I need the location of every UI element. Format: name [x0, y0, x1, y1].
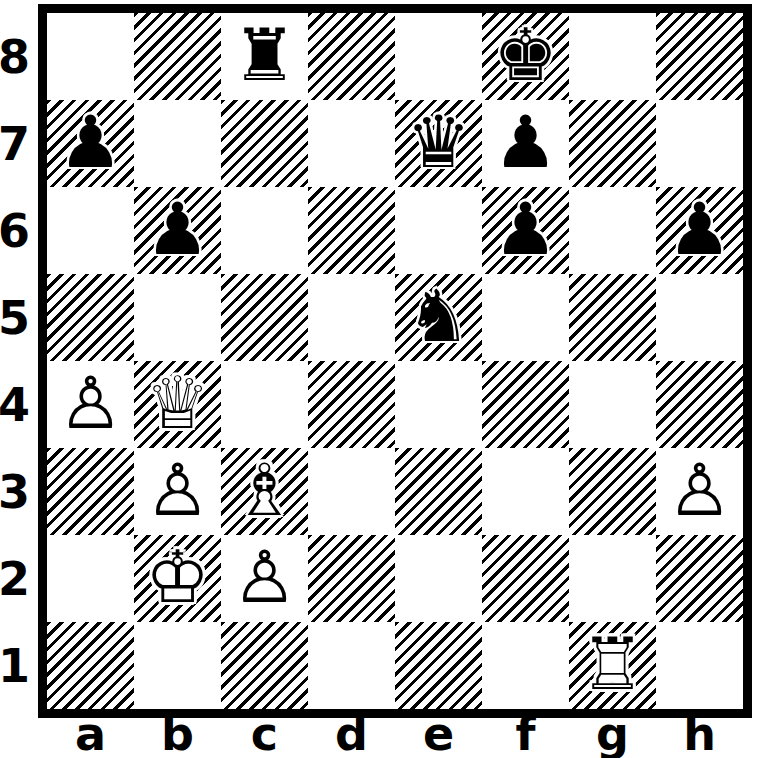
- file-labels: abcdefgh: [47, 712, 743, 756]
- square-a1[interactable]: [47, 622, 134, 709]
- square-d4[interactable]: [308, 361, 395, 448]
- white-pawn-glyph: ♙: [58, 366, 123, 438]
- square-e7[interactable]: ♛: [395, 100, 482, 187]
- white-king-glyph: ♔: [145, 540, 210, 612]
- square-f4[interactable]: [482, 361, 569, 448]
- square-f5[interactable]: [482, 274, 569, 361]
- square-e6[interactable]: [395, 187, 482, 274]
- square-d5[interactable]: [308, 274, 395, 361]
- square-f8[interactable]: ♚: [482, 13, 569, 100]
- chess-diagram: 87654321 ♜♚♟♛♟♟♟♟♞♟♙♛♕♟♙♝♗♟♙♚♔♟♙♜♖ abcde…: [0, 0, 760, 758]
- square-b1[interactable]: [134, 622, 221, 709]
- square-g1[interactable]: ♜♖: [569, 622, 656, 709]
- white-queen[interactable]: ♛♕: [134, 361, 221, 448]
- square-g8[interactable]: [569, 13, 656, 100]
- rank-label-8: 8: [0, 13, 36, 100]
- square-b2[interactable]: ♚♔: [134, 535, 221, 622]
- white-pawn[interactable]: ♟♙: [134, 448, 221, 535]
- square-b7[interactable]: [134, 100, 221, 187]
- white-queen-glyph: ♕: [145, 366, 210, 438]
- white-pawn[interactable]: ♟♙: [221, 535, 308, 622]
- black-pawn[interactable]: ♟: [656, 187, 743, 274]
- rank-label-4: 4: [0, 361, 36, 448]
- black-pawn-glyph: ♟: [667, 192, 732, 264]
- rank-label-6: 6: [0, 187, 36, 274]
- black-queen-glyph: ♛: [406, 105, 471, 177]
- square-h5[interactable]: [656, 274, 743, 361]
- square-c6[interactable]: [221, 187, 308, 274]
- black-king[interactable]: ♚: [482, 13, 569, 100]
- square-h8[interactable]: [656, 13, 743, 100]
- black-pawn[interactable]: ♟: [482, 100, 569, 187]
- square-e4[interactable]: [395, 361, 482, 448]
- square-e5[interactable]: ♞: [395, 274, 482, 361]
- white-bishop[interactable]: ♝♗: [221, 448, 308, 535]
- square-c3[interactable]: ♝♗: [221, 448, 308, 535]
- square-g5[interactable]: [569, 274, 656, 361]
- square-b4[interactable]: ♛♕: [134, 361, 221, 448]
- square-b6[interactable]: ♟: [134, 187, 221, 274]
- black-pawn-glyph: ♟: [145, 192, 210, 264]
- file-label-f: f: [482, 712, 569, 756]
- file-label-g: g: [569, 712, 656, 756]
- square-f7[interactable]: ♟: [482, 100, 569, 187]
- square-f3[interactable]: [482, 448, 569, 535]
- square-e8[interactable]: [395, 13, 482, 100]
- black-rook[interactable]: ♜: [221, 13, 308, 100]
- square-a3[interactable]: [47, 448, 134, 535]
- rank-label-3: 3: [0, 448, 36, 535]
- square-a5[interactable]: [47, 274, 134, 361]
- square-f6[interactable]: ♟: [482, 187, 569, 274]
- file-label-d: d: [308, 712, 395, 756]
- file-label-e: e: [395, 712, 482, 756]
- black-king-glyph: ♚: [493, 18, 558, 90]
- black-knight-glyph: ♞: [406, 279, 471, 351]
- square-g3[interactable]: [569, 448, 656, 535]
- black-pawn-glyph: ♟: [493, 105, 558, 177]
- square-f1[interactable]: [482, 622, 569, 709]
- square-g6[interactable]: [569, 187, 656, 274]
- black-pawn[interactable]: ♟: [134, 187, 221, 274]
- square-d2[interactable]: [308, 535, 395, 622]
- black-rook-glyph: ♜: [232, 18, 297, 90]
- square-d6[interactable]: [308, 187, 395, 274]
- black-pawn-glyph: ♟: [493, 192, 558, 264]
- square-h7[interactable]: [656, 100, 743, 187]
- file-label-c: c: [221, 712, 308, 756]
- white-pawn-glyph: ♙: [145, 453, 210, 525]
- rank-label-7: 7: [0, 100, 36, 187]
- black-pawn[interactable]: ♟: [482, 187, 569, 274]
- rank-label-5: 5: [0, 274, 36, 361]
- square-g7[interactable]: [569, 100, 656, 187]
- square-a4[interactable]: ♟♙: [47, 361, 134, 448]
- black-queen[interactable]: ♛: [395, 100, 482, 187]
- square-b5[interactable]: [134, 274, 221, 361]
- square-h2[interactable]: [656, 535, 743, 622]
- square-e1[interactable]: [395, 622, 482, 709]
- square-g4[interactable]: [569, 361, 656, 448]
- rank-label-2: 2: [0, 535, 36, 622]
- square-a8[interactable]: [47, 13, 134, 100]
- rank-labels: 87654321: [0, 13, 36, 709]
- square-h3[interactable]: ♟♙: [656, 448, 743, 535]
- white-pawn-glyph: ♙: [232, 540, 297, 612]
- file-label-b: b: [134, 712, 221, 756]
- white-pawn[interactable]: ♟♙: [656, 448, 743, 535]
- square-a2[interactable]: [47, 535, 134, 622]
- square-f2[interactable]: [482, 535, 569, 622]
- square-b3[interactable]: ♟♙: [134, 448, 221, 535]
- white-rook-glyph: ♖: [580, 627, 645, 699]
- rank-label-1: 1: [0, 622, 36, 709]
- square-e3[interactable]: [395, 448, 482, 535]
- black-pawn-glyph: ♟: [58, 105, 123, 177]
- square-b8[interactable]: [134, 13, 221, 100]
- square-a7[interactable]: ♟: [47, 100, 134, 187]
- black-pawn[interactable]: ♟: [47, 100, 134, 187]
- square-c4[interactable]: [221, 361, 308, 448]
- square-c8[interactable]: ♜: [221, 13, 308, 100]
- square-e2[interactable]: [395, 535, 482, 622]
- square-d8[interactable]: [308, 13, 395, 100]
- white-pawn-glyph: ♙: [667, 453, 732, 525]
- square-g2[interactable]: [569, 535, 656, 622]
- chess-board: ♜♚♟♛♟♟♟♟♞♟♙♛♕♟♙♝♗♟♙♚♔♟♙♜♖: [38, 4, 752, 718]
- file-label-a: a: [47, 712, 134, 756]
- square-d3[interactable]: [308, 448, 395, 535]
- square-c1[interactable]: [221, 622, 308, 709]
- square-d7[interactable]: [308, 100, 395, 187]
- square-c5[interactable]: [221, 274, 308, 361]
- white-bishop-glyph: ♗: [232, 453, 297, 525]
- square-c7[interactable]: [221, 100, 308, 187]
- square-h6[interactable]: ♟: [656, 187, 743, 274]
- square-a6[interactable]: [47, 187, 134, 274]
- square-h4[interactable]: [656, 361, 743, 448]
- square-c2[interactable]: ♟♙: [221, 535, 308, 622]
- square-d1[interactable]: [308, 622, 395, 709]
- black-knight[interactable]: ♞: [395, 274, 482, 361]
- white-pawn[interactable]: ♟♙: [47, 361, 134, 448]
- file-label-h: h: [656, 712, 743, 756]
- white-rook[interactable]: ♜♖: [569, 622, 656, 709]
- white-king[interactable]: ♚♔: [134, 535, 221, 622]
- square-h1[interactable]: [656, 622, 743, 709]
